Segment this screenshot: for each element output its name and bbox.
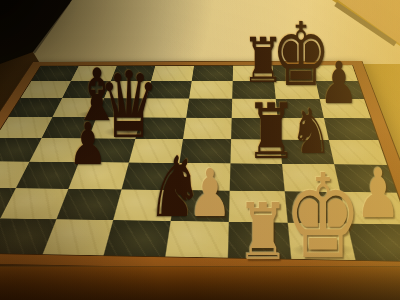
piece-black-pawn-b4[interactable]: ♟ <box>69 115 108 173</box>
piece-white-king-g1[interactable]: ♚ <box>284 159 362 275</box>
piece-white-rook-f1[interactable]: ♜ <box>237 193 289 271</box>
chessboard-photo-scene: ♜♚♟♝♛♞♜♟♞♟♟♚♜ <box>0 0 400 300</box>
piece-white-pawn-e2[interactable]: ♟ <box>188 161 232 227</box>
pieces-layer: ♜♚♟♝♛♞♜♟♞♟♟♚♜ <box>0 0 400 300</box>
